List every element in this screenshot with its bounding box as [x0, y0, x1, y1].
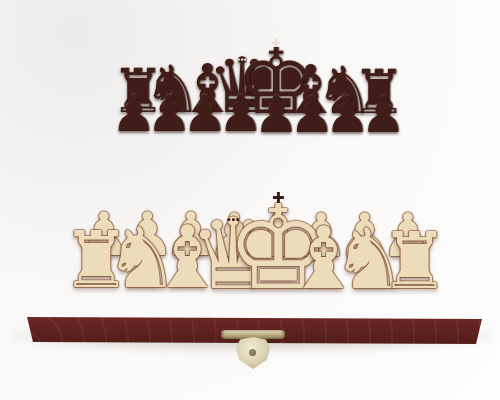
rank-label-left-2: 2 [56, 231, 87, 258]
chess-set-photo: AABBCCDDEEFFGGHH1122334455667788 ♜♞♝♛•••… [0, 0, 500, 400]
rank-label-left-4: 4 [73, 179, 101, 202]
square-d4 [217, 179, 258, 204]
rank-label-right-4: 4 [414, 181, 441, 204]
black-pawn-d7: ♟ [215, 89, 265, 139]
square-a7 [114, 114, 154, 134]
square-a4 [96, 178, 142, 203]
black-bishop-f8: ♝ [277, 57, 344, 124]
file-label-bottom-g: G [349, 293, 395, 311]
chess-board: AABBCCDDEEFFGGHH1122334455667788 [27, 82, 482, 320]
square-e6 [258, 135, 295, 156]
file-label-top-e: E [260, 87, 291, 96]
white-pawn-b2: ♟ [117, 204, 177, 264]
white-pawn-h2: ♟ [378, 205, 438, 265]
square-a3 [88, 203, 136, 230]
square-a6 [109, 134, 151, 155]
square-e8 [259, 97, 294, 116]
square-g1 [344, 260, 393, 292]
file-label-bottom-d: D [210, 293, 254, 311]
square-c3 [173, 203, 217, 230]
file-label-bottom-h: H [395, 294, 442, 312]
square-c5 [180, 156, 221, 179]
square-e5 [257, 156, 296, 179]
white-pawn-c2: ♟ [161, 204, 221, 264]
rank-label-right-8: 8 [394, 98, 416, 115]
square-b7 [150, 114, 189, 134]
rank-label-right-1: 1 [433, 262, 464, 292]
white-pawn-a2: ♟ [74, 204, 134, 264]
black-pawn-c7: ♟ [180, 89, 230, 139]
white-queen-d1: ♛••• [184, 205, 282, 303]
file-label-top-a: A [126, 86, 159, 95]
black-rook-h8: ♜ [349, 62, 410, 123]
square-b6 [146, 134, 186, 155]
square-c4 [176, 179, 218, 204]
square-g6 [330, 135, 370, 156]
white-rook-a1: ♜ [57, 221, 135, 299]
black-pawn-f7: ♟ [287, 90, 337, 140]
square-a2 [80, 230, 130, 259]
square-a8 [120, 96, 159, 115]
white-knight-g1: ♞ [327, 217, 411, 301]
black-pawn-a7: ♟ [108, 89, 158, 139]
black-king-finial: ✚ [231, 38, 321, 50]
square-h6 [366, 135, 407, 156]
white-pawn-e2: ♟ [248, 205, 308, 265]
square-f8 [292, 97, 327, 116]
file-label-bottom-f: F [303, 293, 348, 311]
square-e4 [257, 179, 297, 204]
square-g3 [338, 204, 383, 231]
white-bishop-f1: ♝ [281, 215, 367, 301]
rank-label-right-7: 7 [398, 117, 421, 136]
square-c2 [168, 230, 214, 259]
clasp-pendant-dot [249, 349, 256, 356]
white-rook-h1: ♜ [375, 222, 453, 300]
white-pawn-g2: ♟ [335, 205, 395, 265]
square-f7 [293, 115, 330, 135]
square-h1 [387, 261, 438, 293]
square-h3 [378, 204, 424, 231]
square-f3 [297, 204, 340, 231]
rank-label-left-3: 3 [65, 204, 94, 229]
file-label-bottom-c: C [162, 293, 207, 311]
square-g5 [332, 157, 373, 180]
rank-label-left-8: 8 [100, 96, 123, 113]
square-e1 [255, 260, 301, 292]
square-c1 [164, 260, 213, 292]
black-pawn-b7: ♟ [144, 89, 194, 139]
file-label-top-b: B [160, 86, 193, 95]
square-b2 [124, 230, 172, 259]
white-bishop-c1: ♝ [144, 214, 230, 300]
square-d6 [221, 135, 259, 156]
square-g7 [328, 115, 366, 135]
square-h7 [362, 116, 401, 136]
file-label-top-g: G [326, 87, 358, 96]
file-label-top-d: D [227, 87, 258, 96]
square-b1 [118, 259, 169, 291]
black-knight-g8: ♞ [312, 58, 378, 124]
square-a1 [72, 259, 125, 291]
black-queen-d8: ♛••• [203, 48, 279, 124]
square-e3 [257, 204, 299, 231]
black-rook-a8: ♜ [108, 61, 169, 122]
square-b4 [136, 178, 180, 203]
white-king-e1: ♚✚ [220, 190, 336, 306]
white-king-finial: ✚ [220, 191, 336, 206]
square-b5 [141, 155, 183, 178]
black-bishop-c8: ♝ [174, 56, 241, 123]
black-knight-b8: ♞ [140, 57, 206, 123]
rank-label-right-6: 6 [403, 136, 427, 156]
rank-label-right-5: 5 [408, 158, 433, 179]
corner-cell-top-right [392, 88, 412, 97]
white-pawn-f2: ♟ [291, 205, 351, 265]
white-queen-finial: ••• [184, 216, 282, 224]
square-d2 [212, 230, 256, 259]
rank-label-right-2: 2 [426, 233, 456, 260]
black-pawn-e7: ♟ [251, 90, 301, 140]
file-label-bottom-b: B [115, 292, 162, 310]
black-king-e8: ♚✚ [231, 37, 321, 127]
square-c6 [183, 134, 222, 155]
square-d3 [215, 204, 257, 231]
square-b3 [130, 203, 176, 230]
square-e7 [258, 115, 294, 135]
rank-label-left-5: 5 [81, 156, 107, 177]
black-pawn-h7: ♟ [358, 90, 408, 140]
square-f5 [295, 156, 335, 179]
file-label-top-h: H [359, 87, 392, 96]
square-h4 [373, 180, 417, 205]
square-h5 [370, 157, 413, 180]
square-c7 [186, 115, 224, 135]
file-label-top-c: C [193, 86, 225, 95]
white-knight-b1: ♞ [100, 216, 184, 300]
rank-label-left-1: 1 [46, 260, 78, 290]
square-f4 [296, 179, 337, 204]
square-g2 [340, 231, 387, 260]
square-f1 [300, 260, 347, 292]
square-f2 [299, 231, 344, 260]
white-pawn-d2: ♟ [204, 205, 264, 265]
file-label-top-f: F [293, 87, 325, 96]
rank-label-left-6: 6 [88, 135, 113, 155]
square-d1 [210, 260, 256, 292]
square-b8 [155, 96, 192, 115]
square-d7 [222, 115, 258, 135]
rank-label-right-3: 3 [420, 206, 448, 231]
square-h8 [359, 97, 397, 116]
square-g8 [326, 97, 363, 116]
square-d8 [224, 96, 259, 115]
square-a5 [102, 155, 146, 178]
black-queen-finial: ••• [203, 57, 279, 64]
square-f6 [294, 135, 332, 156]
file-label-bottom-e: E [257, 293, 301, 311]
corner-cell-top-left [106, 86, 126, 95]
square-h2 [382, 231, 431, 260]
square-g4 [335, 179, 378, 204]
corner-cell-bottom-left [40, 292, 70, 310]
corner-cell-bottom-right [440, 294, 469, 312]
black-pawn-g7: ♟ [322, 90, 372, 140]
rank-label-left-7: 7 [94, 115, 118, 134]
file-label-bottom-a: A [68, 292, 116, 310]
square-e2 [256, 231, 300, 260]
square-c8 [189, 96, 225, 115]
square-d5 [219, 156, 258, 179]
board-lighting-overlay [27, 82, 482, 320]
